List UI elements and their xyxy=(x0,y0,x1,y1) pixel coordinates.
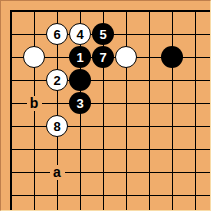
move-number: 8 xyxy=(53,120,60,133)
white-stone-move-8: 8 xyxy=(46,115,68,137)
black-stone-move-1: 1 xyxy=(69,46,91,68)
point-label-b: b xyxy=(27,96,42,111)
black-stone-move-3: 3 xyxy=(69,92,91,114)
white-stone-move-2: 2 xyxy=(46,69,68,91)
white-stone xyxy=(115,46,137,68)
point-label-a: a xyxy=(50,165,65,180)
move-number: 2 xyxy=(53,74,60,87)
move-number: 3 xyxy=(76,97,83,110)
move-number: 1 xyxy=(76,51,83,64)
go-board: 64517238ba xyxy=(0,0,207,207)
move-number: 6 xyxy=(53,28,60,41)
white-stone-move-4: 4 xyxy=(69,23,91,45)
black-stone-move-5: 5 xyxy=(92,23,114,45)
white-stone-move-6: 6 xyxy=(46,23,68,45)
move-number: 5 xyxy=(99,28,106,41)
move-number: 4 xyxy=(76,28,83,41)
white-stone xyxy=(23,46,45,68)
black-stone xyxy=(161,46,183,68)
go-diagram: 64517238ba xyxy=(0,0,211,211)
move-number: 7 xyxy=(99,51,106,64)
black-stone xyxy=(69,69,91,91)
black-stone-move-7: 7 xyxy=(92,46,114,68)
